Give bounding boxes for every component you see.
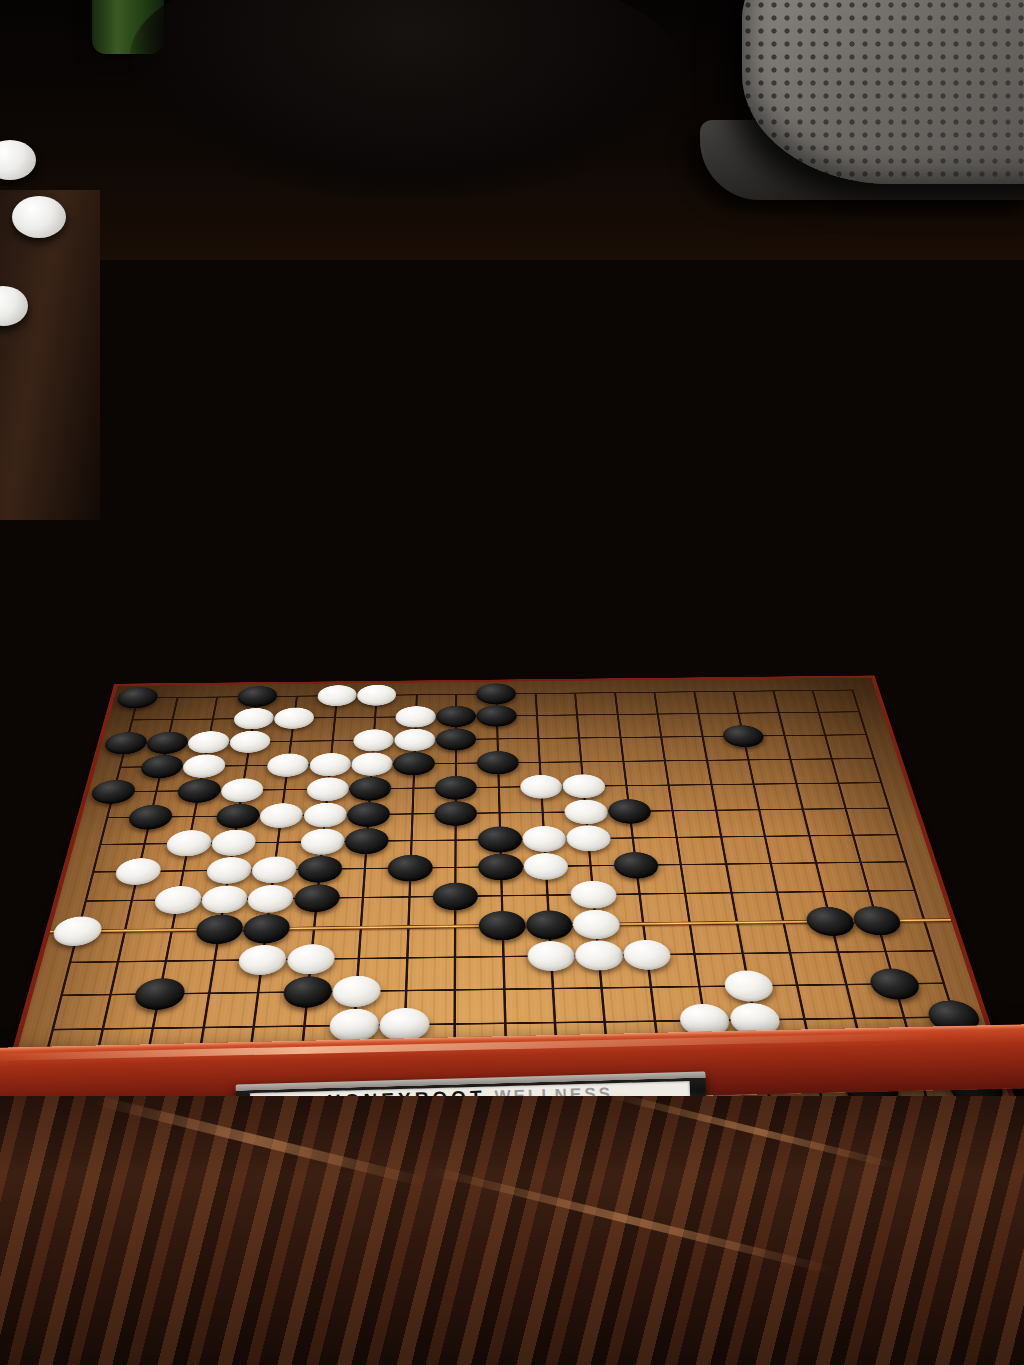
white-stone[interactable] (564, 799, 609, 824)
white-stone[interactable] (570, 881, 618, 909)
table-surface-left (0, 190, 100, 520)
black-stone[interactable] (479, 911, 526, 940)
white-stone[interactable] (572, 910, 621, 939)
table-grain (604, 1090, 897, 1169)
black-stone[interactable] (478, 826, 522, 852)
photo-canvas: HONEYROOT WELLNESS (0, 0, 1024, 1365)
table-surface-front (0, 1096, 1024, 1365)
white-stone[interactable] (566, 825, 612, 851)
black-stone[interactable] (477, 751, 519, 774)
table-grain (425, 1165, 834, 1274)
loose-white-stone[interactable] (12, 196, 66, 238)
table-grain (94, 1095, 426, 1187)
black-stone[interactable] (476, 683, 515, 704)
